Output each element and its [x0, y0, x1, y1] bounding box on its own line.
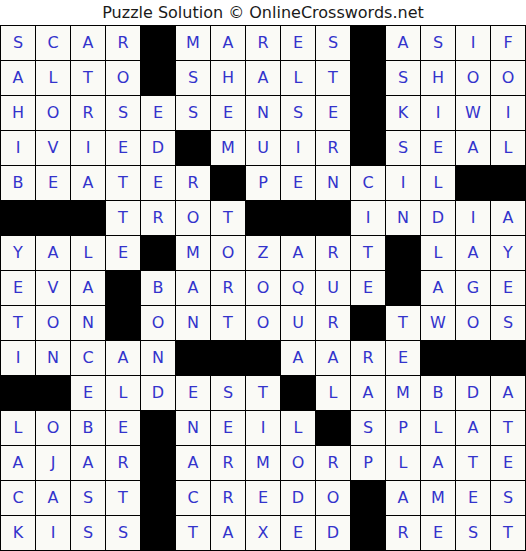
- letter-cell-r13c7: R: [211, 446, 245, 480]
- crossword-grid: SCARMARESASIFALTOSHALTSHOOHORSESENSEKIWI…: [0, 25, 526, 551]
- black-cell-r8c4: [106, 271, 140, 305]
- letter-cell-r2c12: S: [386, 61, 420, 95]
- letter-cell-r8c14: G: [456, 271, 490, 305]
- letter-cell-r11c10: L: [316, 376, 350, 410]
- letter-cell-r12c12: P: [386, 411, 420, 445]
- letter-cell-r4c2: V: [36, 131, 70, 165]
- black-cell-r14c5: [141, 481, 175, 515]
- letter-cell-r4c10: R: [316, 131, 350, 165]
- letter-cell-r14c6: C: [176, 481, 210, 515]
- black-cell-r6c10: [316, 201, 350, 235]
- letter-cell-r7c15: Y: [491, 236, 525, 270]
- letter-cell-r7c10: R: [316, 236, 350, 270]
- letter-cell-r7c11: T: [351, 236, 385, 270]
- letter-cell-r6c14: I: [456, 201, 490, 235]
- letter-cell-r2c2: L: [36, 61, 70, 95]
- letter-cell-r8c9: Q: [281, 271, 315, 305]
- letter-cell-r5c12: I: [386, 166, 420, 200]
- letter-cell-r4c15: L: [491, 131, 525, 165]
- letter-cell-r15c8: X: [246, 516, 280, 550]
- black-cell-r5c7: [211, 166, 245, 200]
- letter-cell-r5c6: R: [176, 166, 210, 200]
- letter-cell-r8c13: A: [421, 271, 455, 305]
- letter-cell-r1c13: S: [421, 26, 455, 60]
- letter-cell-r3c13: I: [421, 96, 455, 130]
- letter-cell-r9c2: O: [36, 306, 70, 340]
- letter-cell-r1c12: A: [386, 26, 420, 60]
- letter-cell-r15c6: T: [176, 516, 210, 550]
- letter-cell-r4c1: I: [1, 131, 35, 165]
- black-cell-r10c15: [491, 341, 525, 375]
- letter-cell-r4c8: U: [246, 131, 280, 165]
- letter-cell-r3c12: K: [386, 96, 420, 130]
- letter-cell-r6c12: N: [386, 201, 420, 235]
- black-cell-r10c7: [211, 341, 245, 375]
- letter-cell-r14c14: E: [456, 481, 490, 515]
- letter-cell-r1c15: F: [491, 26, 525, 60]
- black-cell-r10c14: [456, 341, 490, 375]
- letter-cell-r1c10: S: [316, 26, 350, 60]
- letter-cell-r11c3: E: [71, 376, 105, 410]
- letter-cell-r10c9: A: [281, 341, 315, 375]
- letter-cell-r2c15: O: [491, 61, 525, 95]
- letter-cell-r9c5: O: [141, 306, 175, 340]
- letter-cell-r13c14: T: [456, 446, 490, 480]
- letter-cell-r13c15: E: [491, 446, 525, 480]
- letter-cell-r7c4: E: [106, 236, 140, 270]
- letter-cell-r9c7: T: [211, 306, 245, 340]
- letter-cell-r13c12: L: [386, 446, 420, 480]
- letter-cell-r6c4: T: [106, 201, 140, 235]
- black-cell-r6c9: [281, 201, 315, 235]
- letter-cell-r13c2: J: [36, 446, 70, 480]
- letter-cell-r9c8: O: [246, 306, 280, 340]
- letter-cell-r13c1: A: [1, 446, 35, 480]
- letter-cell-r14c2: A: [36, 481, 70, 515]
- letter-cell-r13c9: O: [281, 446, 315, 480]
- letter-cell-r8c2: V: [36, 271, 70, 305]
- letter-cell-r6c7: T: [211, 201, 245, 235]
- letter-cell-r13c3: A: [71, 446, 105, 480]
- letter-cell-r5c10: N: [316, 166, 350, 200]
- letter-cell-r12c11: S: [351, 411, 385, 445]
- letter-cell-r6c11: I: [351, 201, 385, 235]
- letter-cell-r2c14: O: [456, 61, 490, 95]
- letter-cell-r8c10: U: [316, 271, 350, 305]
- letter-cell-r3c10: E: [316, 96, 350, 130]
- black-cell-r14c11: [351, 481, 385, 515]
- black-cell-r2c11: [351, 61, 385, 95]
- letter-cell-r9c1: T: [1, 306, 35, 340]
- letter-cell-r3c1: H: [1, 96, 35, 130]
- letter-cell-r1c7: A: [211, 26, 245, 60]
- black-cell-r6c2: [36, 201, 70, 235]
- letter-cell-r1c14: I: [456, 26, 490, 60]
- letter-cell-r15c15: T: [491, 516, 525, 550]
- letter-cell-r5c13: L: [421, 166, 455, 200]
- letter-cell-r8c7: R: [211, 271, 245, 305]
- letter-cell-r6c6: O: [176, 201, 210, 235]
- letter-cell-r6c5: R: [141, 201, 175, 235]
- letter-cell-r8c3: A: [71, 271, 105, 305]
- black-cell-r10c13: [421, 341, 455, 375]
- black-cell-r1c5: [141, 26, 175, 60]
- letter-cell-r10c1: I: [1, 341, 35, 375]
- letter-cell-r15c1: K: [1, 516, 35, 550]
- letter-cell-r5c3: A: [71, 166, 105, 200]
- letter-cell-r14c12: A: [386, 481, 420, 515]
- black-cell-r7c12: [386, 236, 420, 270]
- black-cell-r7c5: [141, 236, 175, 270]
- letter-cell-r5c4: T: [106, 166, 140, 200]
- letter-cell-r10c4: A: [106, 341, 140, 375]
- letter-cell-r4c12: S: [386, 131, 420, 165]
- letter-cell-r9c3: N: [71, 306, 105, 340]
- letter-cell-r4c7: M: [211, 131, 245, 165]
- letter-cell-r14c13: M: [421, 481, 455, 515]
- black-cell-r10c6: [176, 341, 210, 375]
- letter-cell-r5c9: E: [281, 166, 315, 200]
- letter-cell-r2c7: H: [211, 61, 245, 95]
- letter-cell-r14c1: C: [1, 481, 35, 515]
- black-cell-r15c5: [141, 516, 175, 550]
- letter-cell-r6c15: A: [491, 201, 525, 235]
- letter-cell-r11c5: D: [141, 376, 175, 410]
- black-cell-r4c11: [351, 131, 385, 165]
- letter-cell-r8c8: O: [246, 271, 280, 305]
- letter-cell-r8c1: E: [1, 271, 35, 305]
- letter-cell-r2c8: A: [246, 61, 280, 95]
- letter-cell-r10c10: A: [316, 341, 350, 375]
- letter-cell-r3c14: W: [456, 96, 490, 130]
- letter-cell-r12c15: T: [491, 411, 525, 445]
- letter-cell-r15c10: D: [316, 516, 350, 550]
- letter-cell-r1c8: R: [246, 26, 280, 60]
- letter-cell-r14c8: E: [246, 481, 280, 515]
- letter-cell-r4c5: D: [141, 131, 175, 165]
- black-cell-r5c15: [491, 166, 525, 200]
- letter-cell-r13c8: M: [246, 446, 280, 480]
- page: { "header": { "title": "Puzzle Solution …: [0, 0, 526, 551]
- black-cell-r3c11: [351, 96, 385, 130]
- letter-cell-r3c8: N: [246, 96, 280, 130]
- black-cell-r9c4: [106, 306, 140, 340]
- letter-cell-r9c12: T: [386, 306, 420, 340]
- letter-cell-r3c7: E: [211, 96, 245, 130]
- letter-cell-r12c2: O: [36, 411, 70, 445]
- letter-cell-r14c7: R: [211, 481, 245, 515]
- letter-cell-r1c9: E: [281, 26, 315, 60]
- letter-cell-r9c10: R: [316, 306, 350, 340]
- letter-cell-r15c13: E: [421, 516, 455, 550]
- black-cell-r13c5: [141, 446, 175, 480]
- letter-cell-r4c3: I: [71, 131, 105, 165]
- letter-cell-r9c15: S: [491, 306, 525, 340]
- letter-cell-r13c6: A: [176, 446, 210, 480]
- letter-cell-r1c4: R: [106, 26, 140, 60]
- letter-cell-r2c13: H: [421, 61, 455, 95]
- black-cell-r12c10: [316, 411, 350, 445]
- letter-cell-r10c5: N: [141, 341, 175, 375]
- letter-cell-r13c11: P: [351, 446, 385, 480]
- letter-cell-r9c6: N: [176, 306, 210, 340]
- letter-cell-r9c9: U: [281, 306, 315, 340]
- letter-cell-r5c5: E: [141, 166, 175, 200]
- letter-cell-r8c11: E: [351, 271, 385, 305]
- black-cell-r11c2: [36, 376, 70, 410]
- letter-cell-r3c2: O: [36, 96, 70, 130]
- letter-cell-r13c10: R: [316, 446, 350, 480]
- letter-cell-r3c9: S: [281, 96, 315, 130]
- letter-cell-r14c4: T: [106, 481, 140, 515]
- letter-cell-r15c7: A: [211, 516, 245, 550]
- black-cell-r9c11: [351, 306, 385, 340]
- black-cell-r11c9: [281, 376, 315, 410]
- black-cell-r15c11: [351, 516, 385, 550]
- letter-cell-r9c13: W: [421, 306, 455, 340]
- black-cell-r6c8: [246, 201, 280, 235]
- letter-cell-r10c3: C: [71, 341, 105, 375]
- letter-cell-r12c1: L: [1, 411, 35, 445]
- letter-cell-r7c2: A: [36, 236, 70, 270]
- black-cell-r6c1: [1, 201, 35, 235]
- letter-cell-r15c4: S: [106, 516, 140, 550]
- letter-cell-r12c8: I: [246, 411, 280, 445]
- letter-cell-r11c8: T: [246, 376, 280, 410]
- black-cell-r2c5: [141, 61, 175, 95]
- letter-cell-r4c9: I: [281, 131, 315, 165]
- letter-cell-r12c13: L: [421, 411, 455, 445]
- black-cell-r6c3: [71, 201, 105, 235]
- letter-cell-r11c11: A: [351, 376, 385, 410]
- letter-cell-r7c14: A: [456, 236, 490, 270]
- letter-cell-r5c1: B: [1, 166, 35, 200]
- letter-cell-r7c9: A: [281, 236, 315, 270]
- letter-cell-r2c3: T: [71, 61, 105, 95]
- letter-cell-r8c5: B: [141, 271, 175, 305]
- letter-cell-r13c13: A: [421, 446, 455, 480]
- letter-cell-r11c15: A: [491, 376, 525, 410]
- letter-cell-r7c3: L: [71, 236, 105, 270]
- letter-cell-r13c4: R: [106, 446, 140, 480]
- letter-cell-r1c2: C: [36, 26, 70, 60]
- letter-cell-r1c1: S: [1, 26, 35, 60]
- letter-cell-r7c8: Z: [246, 236, 280, 270]
- letter-cell-r15c12: R: [386, 516, 420, 550]
- letter-cell-r8c6: A: [176, 271, 210, 305]
- letter-cell-r7c13: L: [421, 236, 455, 270]
- letter-cell-r6c13: D: [421, 201, 455, 235]
- letter-cell-r3c15: I: [491, 96, 525, 130]
- letter-cell-r11c12: M: [386, 376, 420, 410]
- letter-cell-r7c7: O: [211, 236, 245, 270]
- black-cell-r5c14: [456, 166, 490, 200]
- letter-cell-r7c1: Y: [1, 236, 35, 270]
- letter-cell-r14c3: S: [71, 481, 105, 515]
- letter-cell-r10c2: N: [36, 341, 70, 375]
- letter-cell-r12c7: E: [211, 411, 245, 445]
- black-cell-r10c8: [246, 341, 280, 375]
- black-cell-r1c11: [351, 26, 385, 60]
- letter-cell-r2c9: L: [281, 61, 315, 95]
- letter-cell-r11c7: S: [211, 376, 245, 410]
- letter-cell-r5c8: P: [246, 166, 280, 200]
- letter-cell-r2c10: T: [316, 61, 350, 95]
- black-cell-r8c12: [386, 271, 420, 305]
- black-cell-r4c6: [176, 131, 210, 165]
- letter-cell-r12c4: E: [106, 411, 140, 445]
- letter-cell-r4c13: E: [421, 131, 455, 165]
- letter-cell-r4c4: E: [106, 131, 140, 165]
- letter-cell-r4c14: A: [456, 131, 490, 165]
- letter-cell-r3c5: E: [141, 96, 175, 130]
- letter-cell-r9c14: O: [456, 306, 490, 340]
- black-cell-r11c1: [1, 376, 35, 410]
- black-cell-r12c5: [141, 411, 175, 445]
- letter-cell-r11c4: L: [106, 376, 140, 410]
- letter-cell-r7c6: M: [176, 236, 210, 270]
- letter-cell-r3c6: S: [176, 96, 210, 130]
- letter-cell-r14c9: D: [281, 481, 315, 515]
- letter-cell-r3c4: S: [106, 96, 140, 130]
- letter-cell-r2c1: A: [1, 61, 35, 95]
- letter-cell-r12c9: L: [281, 411, 315, 445]
- letter-cell-r11c14: D: [456, 376, 490, 410]
- letter-cell-r12c3: B: [71, 411, 105, 445]
- letter-cell-r12c14: A: [456, 411, 490, 445]
- letter-cell-r1c6: M: [176, 26, 210, 60]
- letter-cell-r2c4: O: [106, 61, 140, 95]
- letter-cell-r15c9: E: [281, 516, 315, 550]
- letter-cell-r12c6: N: [176, 411, 210, 445]
- page-title: Puzzle Solution © OnlineCrosswords.net: [0, 0, 526, 25]
- letter-cell-r2c6: S: [176, 61, 210, 95]
- letter-cell-r15c2: I: [36, 516, 70, 550]
- letter-cell-r3c3: R: [71, 96, 105, 130]
- letter-cell-r5c11: C: [351, 166, 385, 200]
- letter-cell-r14c15: S: [491, 481, 525, 515]
- letter-cell-r14c10: O: [316, 481, 350, 515]
- letter-cell-r11c6: E: [176, 376, 210, 410]
- letter-cell-r15c3: S: [71, 516, 105, 550]
- letter-cell-r10c12: E: [386, 341, 420, 375]
- letter-cell-r10c11: R: [351, 341, 385, 375]
- letter-cell-r15c14: S: [456, 516, 490, 550]
- letter-cell-r1c3: A: [71, 26, 105, 60]
- letter-cell-r11c13: B: [421, 376, 455, 410]
- letter-cell-r8c15: E: [491, 271, 525, 305]
- letter-cell-r5c2: E: [36, 166, 70, 200]
